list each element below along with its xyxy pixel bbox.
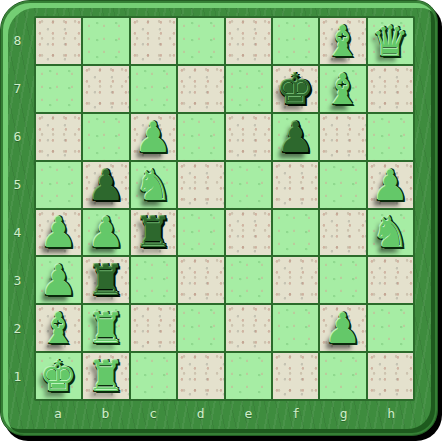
file-label-g: g — [320, 402, 368, 428]
rank-labels: 87654321 — [1, 16, 34, 401]
square-b5[interactable]: ♟ — [83, 162, 128, 208]
square-g7[interactable]: ♝ — [320, 66, 365, 112]
square-a5[interactable] — [36, 162, 81, 208]
square-c2[interactable] — [131, 305, 176, 351]
piece-white-knight[interactable]: ♞ — [371, 212, 409, 254]
square-h1[interactable] — [368, 353, 413, 399]
square-b4[interactable]: ♟ — [83, 210, 128, 256]
square-d8[interactable] — [178, 18, 223, 64]
square-e4[interactable] — [226, 210, 271, 256]
square-e2[interactable] — [226, 305, 271, 351]
piece-black-pawn[interactable]: ♟ — [87, 165, 125, 207]
square-b8[interactable] — [83, 18, 128, 64]
piece-white-pawn[interactable]: ♟ — [40, 260, 78, 302]
square-g3[interactable] — [320, 257, 365, 303]
chess-board: ♝♛♚♝♟♟♟♞♟♟♟♜♞♟♜♝♜♟♚♜ — [34, 16, 415, 401]
piece-white-pawn[interactable]: ♟ — [87, 212, 125, 254]
rank-label-2: 2 — [1, 305, 34, 353]
file-label-d: d — [177, 402, 225, 428]
square-d5[interactable] — [178, 162, 223, 208]
square-f1[interactable] — [273, 353, 318, 399]
piece-white-bishop[interactable]: ♝ — [40, 308, 78, 350]
square-a2[interactable]: ♝ — [36, 305, 81, 351]
piece-white-pawn[interactable]: ♟ — [324, 308, 362, 350]
square-h6[interactable] — [368, 114, 413, 160]
square-e1[interactable] — [226, 353, 271, 399]
square-h8[interactable]: ♛ — [368, 18, 413, 64]
square-d7[interactable] — [178, 66, 223, 112]
piece-black-rook[interactable]: ♜ — [135, 212, 173, 254]
rank-label-8: 8 — [1, 16, 34, 64]
square-c3[interactable] — [131, 257, 176, 303]
square-d6[interactable] — [178, 114, 223, 160]
file-label-a: a — [34, 402, 82, 428]
square-h5[interactable]: ♟ — [368, 162, 413, 208]
square-f5[interactable] — [273, 162, 318, 208]
square-g2[interactable]: ♟ — [320, 305, 365, 351]
square-e3[interactable] — [226, 257, 271, 303]
square-a6[interactable] — [36, 114, 81, 160]
square-g5[interactable] — [320, 162, 365, 208]
square-e7[interactable] — [226, 66, 271, 112]
rank-label-4: 4 — [1, 209, 34, 257]
piece-white-bishop[interactable]: ♝ — [324, 21, 362, 63]
piece-black-rook[interactable]: ♜ — [87, 260, 125, 302]
square-c5[interactable]: ♞ — [131, 162, 176, 208]
square-f8[interactable] — [273, 18, 318, 64]
square-d4[interactable] — [178, 210, 223, 256]
square-e5[interactable] — [226, 162, 271, 208]
file-label-e: e — [225, 402, 273, 428]
piece-white-pawn[interactable]: ♟ — [135, 117, 173, 159]
rank-label-7: 7 — [1, 64, 34, 112]
square-h2[interactable] — [368, 305, 413, 351]
square-b3[interactable]: ♜ — [83, 257, 128, 303]
square-c7[interactable] — [131, 66, 176, 112]
piece-white-king[interactable]: ♚ — [40, 356, 78, 398]
piece-white-queen[interactable]: ♛ — [371, 21, 409, 63]
square-c6[interactable]: ♟ — [131, 114, 176, 160]
rank-label-6: 6 — [1, 112, 34, 160]
rank-label-1: 1 — [1, 353, 34, 401]
square-a7[interactable] — [36, 66, 81, 112]
square-h7[interactable] — [368, 66, 413, 112]
piece-white-rook[interactable]: ♜ — [87, 308, 125, 350]
piece-white-rook[interactable]: ♜ — [87, 356, 125, 398]
piece-white-bishop[interactable]: ♝ — [324, 69, 362, 111]
square-d1[interactable] — [178, 353, 223, 399]
square-d2[interactable] — [178, 305, 223, 351]
file-labels: abcdefgh — [34, 402, 415, 428]
square-c4[interactable]: ♜ — [131, 210, 176, 256]
square-b7[interactable] — [83, 66, 128, 112]
square-a1[interactable]: ♚ — [36, 353, 81, 399]
square-g6[interactable] — [320, 114, 365, 160]
square-e6[interactable] — [226, 114, 271, 160]
rank-label-3: 3 — [1, 257, 34, 305]
square-h4[interactable]: ♞ — [368, 210, 413, 256]
square-c8[interactable] — [131, 18, 176, 64]
square-a4[interactable]: ♟ — [36, 210, 81, 256]
square-h3[interactable] — [368, 257, 413, 303]
square-b1[interactable]: ♜ — [83, 353, 128, 399]
square-a8[interactable] — [36, 18, 81, 64]
rank-label-5: 5 — [1, 160, 34, 208]
square-d3[interactable] — [178, 257, 223, 303]
file-label-h: h — [367, 402, 415, 428]
file-label-f: f — [272, 402, 320, 428]
square-f6[interactable]: ♟ — [273, 114, 318, 160]
square-g4[interactable] — [320, 210, 365, 256]
square-b6[interactable] — [83, 114, 128, 160]
piece-white-knight[interactable]: ♞ — [135, 165, 173, 207]
board-frame: ♝♛♚♝♟♟♟♞♟♟♟♜♞♟♜♝♜♟♚♜ 87654321 abcdefgh — [0, 0, 438, 436]
square-f7[interactable]: ♚ — [273, 66, 318, 112]
square-f3[interactable] — [273, 257, 318, 303]
file-label-c: c — [129, 402, 177, 428]
square-f4[interactable] — [273, 210, 318, 256]
piece-black-pawn[interactable]: ♟ — [277, 117, 315, 159]
piece-white-pawn[interactable]: ♟ — [40, 212, 78, 254]
piece-white-pawn[interactable]: ♟ — [371, 165, 409, 207]
square-g8[interactable]: ♝ — [320, 18, 365, 64]
square-a3[interactable]: ♟ — [36, 257, 81, 303]
chess-app-window: ♝♛♚♝♟♟♟♞♟♟♟♜♞♟♜♝♜♟♚♜ 87654321 abcdefgh — [0, 0, 444, 442]
square-g1[interactable] — [320, 353, 365, 399]
piece-black-king[interactable]: ♚ — [277, 69, 315, 111]
square-c1[interactable] — [131, 353, 176, 399]
square-e8[interactable] — [226, 18, 271, 64]
square-f2[interactable] — [273, 305, 318, 351]
file-label-b: b — [82, 402, 130, 428]
square-b2[interactable]: ♜ — [83, 305, 128, 351]
